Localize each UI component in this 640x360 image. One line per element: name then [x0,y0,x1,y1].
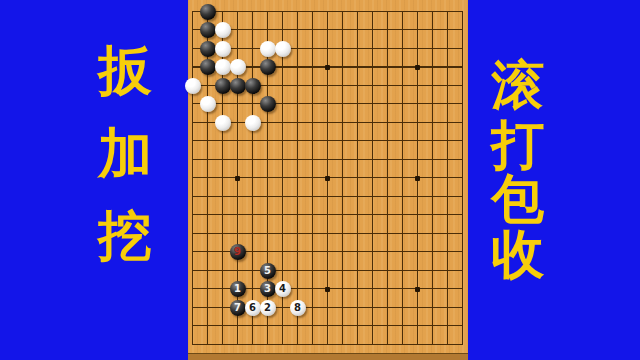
stone-move-6: 6 [245,300,261,316]
black-stone [245,78,261,94]
board-bottom-edge [188,353,468,360]
white-stone [260,41,276,57]
black-stone [260,59,276,75]
move-number: 6 [245,300,261,316]
black-stone [230,78,246,94]
black-stone [260,96,276,112]
right-caption-char-2: 打 [490,117,546,173]
move-number: 9 [230,244,246,260]
star-point [325,176,330,181]
white-stone [275,41,291,57]
move-number: 5 [260,263,276,279]
move-number: 7 [230,300,246,316]
move-number: 1 [230,281,246,297]
stone-move-3: 3 [260,281,276,297]
go-board: 951347628 [188,0,468,360]
stone-move-9: 9 [230,244,246,260]
black-stone [200,59,216,75]
star-point [235,176,240,181]
black-stone [200,4,216,20]
right-caption-char-4: 收 [490,226,546,282]
white-stone [215,22,231,38]
move-number: 3 [260,281,276,297]
white-stone [230,59,246,75]
board-grid: 951347628 [192,11,463,345]
stone-move-7: 7 [230,300,246,316]
star-point [415,65,420,70]
stone-move-2: 2 [260,300,276,316]
left-caption-char-2: 加 [97,126,153,182]
move-number: 8 [290,300,306,316]
stone-move-4: 4 [275,281,291,297]
stone-move-5: 5 [260,263,276,279]
star-point [325,65,330,70]
stone-move-8: 8 [290,300,306,316]
right-caption-char-1: 滚 [490,57,546,113]
white-stone [245,115,261,131]
white-stone [200,96,216,112]
left-caption-char-3: 挖 [97,208,153,264]
black-stone [215,78,231,94]
star-point [325,287,330,292]
white-stone [185,78,201,94]
white-stone [215,59,231,75]
black-stone [200,41,216,57]
white-stone [215,41,231,57]
move-number: 4 [275,281,291,297]
stone-move-1: 1 [230,281,246,297]
right-caption-char-3: 包 [490,171,546,227]
star-point [415,287,420,292]
black-stone [200,22,216,38]
left-caption-char-1: 扳 [97,43,153,99]
star-point [415,176,420,181]
move-number: 2 [260,300,276,316]
white-stone [215,115,231,131]
